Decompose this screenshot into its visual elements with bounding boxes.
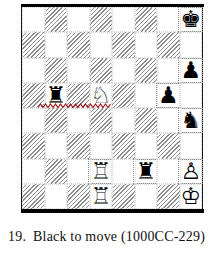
square-e8[interactable] xyxy=(112,7,135,32)
square-g8[interactable] xyxy=(157,7,180,32)
square-f8[interactable] xyxy=(135,7,158,32)
square-e2[interactable] xyxy=(112,159,135,184)
square-e6[interactable] xyxy=(112,58,135,83)
piece-black-pawn-g5[interactable]: ♟ xyxy=(157,84,180,107)
square-h3[interactable] xyxy=(180,133,203,158)
square-d1[interactable]: ♖ xyxy=(90,184,113,209)
square-b5[interactable]: ♜ xyxy=(45,83,68,108)
piece-white-knight-d5[interactable]: ♘ xyxy=(90,84,111,107)
square-a1[interactable] xyxy=(22,184,45,209)
square-g7[interactable] xyxy=(157,32,180,57)
square-c3[interactable] xyxy=(67,133,90,158)
square-b1[interactable] xyxy=(45,184,68,209)
square-c5[interactable] xyxy=(67,83,90,108)
square-a8[interactable] xyxy=(22,7,45,32)
square-g2[interactable] xyxy=(157,159,180,184)
square-b2[interactable] xyxy=(45,159,68,184)
square-f2[interactable]: ♜ xyxy=(135,159,158,184)
square-c1[interactable] xyxy=(67,184,90,209)
diagram-caption: 19.Black to move (1000CC-229) xyxy=(8,229,205,245)
square-d7[interactable] xyxy=(90,32,113,57)
square-c8[interactable] xyxy=(67,7,90,32)
square-c6[interactable] xyxy=(67,58,90,83)
square-a4[interactable] xyxy=(22,108,45,133)
square-d5[interactable]: ♘ xyxy=(90,83,113,108)
square-f4[interactable] xyxy=(135,108,158,133)
square-h5[interactable] xyxy=(180,83,203,108)
square-d3[interactable] xyxy=(90,133,113,158)
caption-text: Black to move (1000CC-229) xyxy=(33,229,205,244)
square-a7[interactable] xyxy=(22,32,45,57)
square-e4[interactable] xyxy=(112,108,135,133)
piece-white-rook-d2[interactable]: ♖ xyxy=(89,160,112,183)
square-d8[interactable] xyxy=(90,7,113,32)
square-c7[interactable] xyxy=(67,32,90,57)
square-e5[interactable] xyxy=(112,83,135,108)
square-a6[interactable] xyxy=(22,58,45,83)
square-b3[interactable] xyxy=(45,133,68,158)
square-a2[interactable] xyxy=(22,159,45,184)
board-frame: ♚♟♜♘♟♞♖♜♙♖♔ xyxy=(21,7,203,209)
square-b8[interactable] xyxy=(45,7,68,32)
square-g6[interactable] xyxy=(157,58,180,83)
piece-white-pawn-h2[interactable]: ♙ xyxy=(179,160,202,183)
square-g5[interactable]: ♟ xyxy=(157,83,180,108)
chess-board: ♚♟♜♘♟♞♖♜♙♖♔ xyxy=(21,4,206,213)
board-grid: ♚♟♜♘♟♞♖♜♙♖♔ xyxy=(22,7,202,209)
square-h7[interactable] xyxy=(180,32,203,57)
square-d2[interactable]: ♖ xyxy=(90,159,113,184)
square-g4[interactable] xyxy=(157,108,180,133)
piece-black-rook-b5[interactable]: ♜ xyxy=(45,84,66,107)
diagram-number: 19. xyxy=(8,229,33,245)
chess-diagram-page: ♚♟♜♘♟♞♖♜♙♖♔ 19.Black to move (1000CC-229… xyxy=(0,0,209,256)
piece-black-pawn-h6[interactable]: ♟ xyxy=(179,59,202,82)
square-g1[interactable] xyxy=(157,184,180,209)
square-f3[interactable] xyxy=(135,133,158,158)
square-h2[interactable]: ♙ xyxy=(180,159,203,184)
square-f1[interactable] xyxy=(135,184,158,209)
piece-black-knight-h4[interactable]: ♞ xyxy=(179,109,202,132)
piece-white-rook-d1[interactable]: ♖ xyxy=(90,185,111,208)
piece-black-king-h8[interactable]: ♚ xyxy=(179,8,202,31)
square-f7[interactable] xyxy=(135,32,158,57)
square-f5[interactable] xyxy=(135,83,158,108)
square-b6[interactable] xyxy=(45,58,68,83)
square-b7[interactable] xyxy=(45,32,68,57)
square-d4[interactable] xyxy=(90,108,113,133)
square-a3[interactable] xyxy=(22,133,45,158)
square-e3[interactable] xyxy=(112,133,135,158)
square-h6[interactable]: ♟ xyxy=(180,58,203,83)
square-h8[interactable]: ♚ xyxy=(180,7,203,32)
square-d6[interactable] xyxy=(90,58,113,83)
piece-black-rook-f2[interactable]: ♜ xyxy=(134,160,157,183)
square-h4[interactable]: ♞ xyxy=(180,108,203,133)
square-c2[interactable] xyxy=(67,159,90,184)
square-h1[interactable]: ♔ xyxy=(180,184,203,209)
square-f6[interactable] xyxy=(135,58,158,83)
square-a5[interactable] xyxy=(22,83,45,108)
square-c4[interactable] xyxy=(67,108,90,133)
piece-white-king-h1[interactable]: ♔ xyxy=(180,185,201,208)
square-e7[interactable] xyxy=(112,32,135,57)
square-g3[interactable] xyxy=(157,133,180,158)
square-b4[interactable] xyxy=(45,108,68,133)
square-e1[interactable] xyxy=(112,184,135,209)
board-bottom-border xyxy=(21,209,204,213)
